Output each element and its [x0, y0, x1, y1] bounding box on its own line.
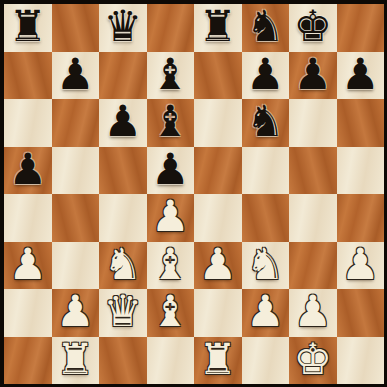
white-pawn[interactable]: ♟ [341, 243, 380, 286]
square-f5[interactable] [242, 147, 290, 195]
white-queen[interactable]: ♛ [103, 290, 142, 333]
square-f4[interactable] [242, 194, 290, 242]
chess-board-frame: ♜♛♜♞♚♟♝♟♟♟♟♝♞♟♟♟♟♞♝♟♞♟♟♛♝♟♟♜♜♚ [0, 0, 387, 387]
square-d1[interactable] [147, 337, 195, 385]
white-knight[interactable]: ♞ [246, 243, 285, 286]
square-e3[interactable]: ♟ [194, 242, 242, 290]
white-pawn[interactable]: ♟ [56, 290, 95, 333]
chess-board: ♜♛♜♞♚♟♝♟♟♟♟♝♞♟♟♟♟♞♝♟♞♟♟♛♝♟♟♜♜♚ [4, 4, 384, 384]
square-a6[interactable] [4, 99, 52, 147]
white-knight[interactable]: ♞ [103, 243, 142, 286]
square-h7[interactable]: ♟ [337, 52, 385, 100]
black-rook[interactable]: ♜ [198, 5, 237, 48]
black-knight[interactable]: ♞ [246, 5, 285, 48]
square-b7[interactable]: ♟ [52, 52, 100, 100]
square-a4[interactable] [4, 194, 52, 242]
square-g8[interactable]: ♚ [289, 4, 337, 52]
square-b1[interactable]: ♜ [52, 337, 100, 385]
square-h2[interactable] [337, 289, 385, 337]
white-king[interactable]: ♚ [293, 338, 332, 381]
square-a7[interactable] [4, 52, 52, 100]
square-a3[interactable]: ♟ [4, 242, 52, 290]
square-c4[interactable] [99, 194, 147, 242]
square-h3[interactable]: ♟ [337, 242, 385, 290]
white-bishop[interactable]: ♝ [151, 290, 190, 333]
black-pawn[interactable]: ♟ [293, 53, 332, 96]
white-bishop[interactable]: ♝ [151, 243, 190, 286]
black-bishop[interactable]: ♝ [151, 53, 190, 96]
square-g1[interactable]: ♚ [289, 337, 337, 385]
square-e7[interactable] [194, 52, 242, 100]
square-f6[interactable]: ♞ [242, 99, 290, 147]
black-pawn[interactable]: ♟ [103, 100, 142, 143]
square-h6[interactable] [337, 99, 385, 147]
black-bishop[interactable]: ♝ [151, 100, 190, 143]
square-e6[interactable] [194, 99, 242, 147]
black-pawn[interactable]: ♟ [56, 53, 95, 96]
black-knight[interactable]: ♞ [246, 100, 285, 143]
square-d4[interactable]: ♟ [147, 194, 195, 242]
black-rook[interactable]: ♜ [8, 5, 47, 48]
square-b2[interactable]: ♟ [52, 289, 100, 337]
square-a8[interactable]: ♜ [4, 4, 52, 52]
black-king[interactable]: ♚ [293, 5, 332, 48]
square-f8[interactable]: ♞ [242, 4, 290, 52]
square-a2[interactable] [4, 289, 52, 337]
square-g5[interactable] [289, 147, 337, 195]
square-h8[interactable] [337, 4, 385, 52]
square-g2[interactable]: ♟ [289, 289, 337, 337]
square-e2[interactable] [194, 289, 242, 337]
square-h5[interactable] [337, 147, 385, 195]
black-pawn[interactable]: ♟ [8, 148, 47, 191]
black-pawn[interactable]: ♟ [151, 148, 190, 191]
white-pawn[interactable]: ♟ [293, 290, 332, 333]
square-c8[interactable]: ♛ [99, 4, 147, 52]
square-c5[interactable] [99, 147, 147, 195]
square-f1[interactable] [242, 337, 290, 385]
square-e4[interactable] [194, 194, 242, 242]
square-h1[interactable] [337, 337, 385, 385]
white-rook[interactable]: ♜ [198, 338, 237, 381]
square-g6[interactable] [289, 99, 337, 147]
square-a5[interactable]: ♟ [4, 147, 52, 195]
square-g4[interactable] [289, 194, 337, 242]
square-d3[interactable]: ♝ [147, 242, 195, 290]
square-e5[interactable] [194, 147, 242, 195]
square-b8[interactable] [52, 4, 100, 52]
square-c7[interactable] [99, 52, 147, 100]
square-c1[interactable] [99, 337, 147, 385]
white-pawn[interactable]: ♟ [198, 243, 237, 286]
square-h4[interactable] [337, 194, 385, 242]
square-b6[interactable] [52, 99, 100, 147]
square-e1[interactable]: ♜ [194, 337, 242, 385]
white-pawn[interactable]: ♟ [246, 290, 285, 333]
square-b3[interactable] [52, 242, 100, 290]
square-d7[interactable]: ♝ [147, 52, 195, 100]
square-d5[interactable]: ♟ [147, 147, 195, 195]
square-d8[interactable] [147, 4, 195, 52]
square-d6[interactable]: ♝ [147, 99, 195, 147]
square-g3[interactable] [289, 242, 337, 290]
white-pawn[interactable]: ♟ [151, 195, 190, 238]
white-rook[interactable]: ♜ [56, 338, 95, 381]
square-d2[interactable]: ♝ [147, 289, 195, 337]
square-c6[interactable]: ♟ [99, 99, 147, 147]
white-pawn[interactable]: ♟ [8, 243, 47, 286]
square-a1[interactable] [4, 337, 52, 385]
square-c3[interactable]: ♞ [99, 242, 147, 290]
black-pawn[interactable]: ♟ [341, 53, 380, 96]
black-pawn[interactable]: ♟ [246, 53, 285, 96]
square-b5[interactable] [52, 147, 100, 195]
black-queen[interactable]: ♛ [103, 5, 142, 48]
square-b4[interactable] [52, 194, 100, 242]
square-f3[interactable]: ♞ [242, 242, 290, 290]
square-e8[interactable]: ♜ [194, 4, 242, 52]
square-f2[interactable]: ♟ [242, 289, 290, 337]
square-f7[interactable]: ♟ [242, 52, 290, 100]
square-g7[interactable]: ♟ [289, 52, 337, 100]
square-c2[interactable]: ♛ [99, 289, 147, 337]
